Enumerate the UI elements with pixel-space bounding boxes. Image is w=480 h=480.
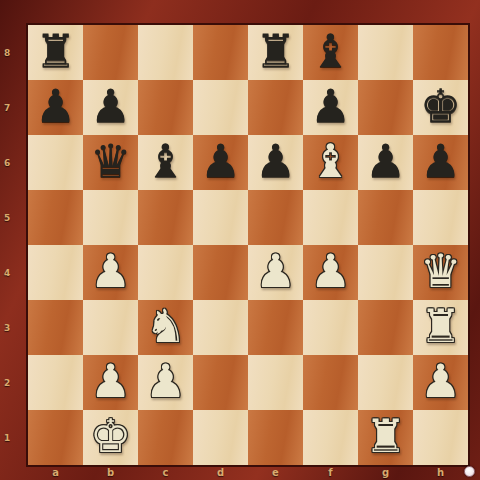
piece-black-queen[interactable]: ♛ [90, 134, 131, 189]
piece-black-pawn[interactable]: ♟ [90, 79, 131, 134]
rank-label-3: 3 [0, 300, 26, 355]
square-a3[interactable] [28, 300, 83, 355]
square-d5[interactable] [193, 190, 248, 245]
square-e3[interactable] [248, 300, 303, 355]
file-label-e: e [248, 465, 303, 480]
square-a8[interactable]: ♜ [28, 25, 83, 80]
square-f2[interactable] [303, 355, 358, 410]
square-b3[interactable] [83, 300, 138, 355]
square-h8[interactable] [413, 25, 468, 80]
piece-white-pawn[interactable]: ♟ [420, 354, 461, 409]
square-h1[interactable] [413, 410, 468, 465]
file-label-b: b [83, 465, 138, 480]
piece-black-pawn[interactable]: ♟ [255, 134, 296, 189]
square-d4[interactable] [193, 245, 248, 300]
rank-label-8: 8 [0, 25, 26, 80]
square-g3[interactable] [358, 300, 413, 355]
square-a6[interactable] [28, 135, 83, 190]
piece-black-pawn[interactable]: ♟ [200, 134, 241, 189]
square-d2[interactable] [193, 355, 248, 410]
piece-white-king[interactable]: ♚ [90, 409, 131, 464]
piece-white-rook[interactable]: ♜ [420, 299, 461, 354]
square-b2[interactable]: ♟ [83, 355, 138, 410]
square-d8[interactable] [193, 25, 248, 80]
square-g1[interactable]: ♜ [358, 410, 413, 465]
chess-board-frame: ♜♜♝♟♟♟♚♛♝♟♟♝♟♟♟♟♟♛♞♜♟♟♟♚♜ 87654321 abcde… [0, 0, 480, 480]
rank-label-2: 2 [0, 355, 26, 410]
square-h5[interactable] [413, 190, 468, 245]
square-f5[interactable] [303, 190, 358, 245]
square-g5[interactable] [358, 190, 413, 245]
square-b4[interactable]: ♟ [83, 245, 138, 300]
square-b5[interactable] [83, 190, 138, 245]
square-h4[interactable]: ♛ [413, 245, 468, 300]
square-d6[interactable]: ♟ [193, 135, 248, 190]
square-h6[interactable]: ♟ [413, 135, 468, 190]
square-c6[interactable]: ♝ [138, 135, 193, 190]
piece-black-pawn[interactable]: ♟ [310, 79, 351, 134]
square-c4[interactable] [138, 245, 193, 300]
piece-black-rook[interactable]: ♜ [255, 24, 296, 79]
square-a5[interactable] [28, 190, 83, 245]
file-label-h: h [413, 465, 468, 480]
square-e5[interactable] [248, 190, 303, 245]
rank-label-5: 5 [0, 190, 26, 245]
rank-label-7: 7 [0, 80, 26, 135]
piece-white-pawn[interactable]: ♟ [90, 354, 131, 409]
square-g8[interactable] [358, 25, 413, 80]
square-f1[interactable] [303, 410, 358, 465]
square-h7[interactable]: ♚ [413, 80, 468, 135]
file-label-a: a [28, 465, 83, 480]
square-f6[interactable]: ♝ [303, 135, 358, 190]
square-d3[interactable] [193, 300, 248, 355]
square-g2[interactable] [358, 355, 413, 410]
square-e2[interactable] [248, 355, 303, 410]
square-a1[interactable] [28, 410, 83, 465]
square-e7[interactable] [248, 80, 303, 135]
square-f8[interactable]: ♝ [303, 25, 358, 80]
file-label-c: c [138, 465, 193, 480]
square-b7[interactable]: ♟ [83, 80, 138, 135]
square-d1[interactable] [193, 410, 248, 465]
square-a2[interactable] [28, 355, 83, 410]
side-to-move-indicator [464, 466, 475, 477]
piece-black-pawn[interactable]: ♟ [420, 134, 461, 189]
square-c8[interactable] [138, 25, 193, 80]
square-d7[interactable] [193, 80, 248, 135]
file-label-f: f [303, 465, 358, 480]
piece-white-bishop[interactable]: ♝ [310, 134, 351, 189]
piece-white-rook[interactable]: ♜ [365, 409, 406, 464]
rank-label-6: 6 [0, 135, 26, 190]
square-e4[interactable]: ♟ [248, 245, 303, 300]
piece-white-queen[interactable]: ♛ [420, 244, 461, 299]
square-e1[interactable] [248, 410, 303, 465]
square-h3[interactable]: ♜ [413, 300, 468, 355]
file-label-d: d [193, 465, 248, 480]
piece-black-bishop[interactable]: ♝ [310, 24, 351, 79]
square-b1[interactable]: ♚ [83, 410, 138, 465]
square-g4[interactable] [358, 245, 413, 300]
piece-white-pawn[interactable]: ♟ [255, 244, 296, 299]
square-f7[interactable]: ♟ [303, 80, 358, 135]
rank-label-4: 4 [0, 245, 26, 300]
square-b6[interactable]: ♛ [83, 135, 138, 190]
piece-white-pawn[interactable]: ♟ [310, 244, 351, 299]
rank-label-1: 1 [0, 410, 26, 465]
square-h2[interactable]: ♟ [413, 355, 468, 410]
square-f4[interactable]: ♟ [303, 245, 358, 300]
piece-black-pawn[interactable]: ♟ [365, 134, 406, 189]
square-c3[interactable]: ♞ [138, 300, 193, 355]
file-label-g: g [358, 465, 413, 480]
square-c7[interactable] [138, 80, 193, 135]
square-a7[interactable]: ♟ [28, 80, 83, 135]
square-b8[interactable] [83, 25, 138, 80]
square-f3[interactable] [303, 300, 358, 355]
square-e8[interactable]: ♜ [248, 25, 303, 80]
piece-white-knight[interactable]: ♞ [145, 299, 186, 354]
square-c2[interactable]: ♟ [138, 355, 193, 410]
piece-black-pawn[interactable]: ♟ [35, 79, 76, 134]
square-g6[interactable]: ♟ [358, 135, 413, 190]
piece-black-king[interactable]: ♚ [420, 79, 461, 134]
square-g7[interactable] [358, 80, 413, 135]
piece-white-pawn[interactable]: ♟ [90, 244, 131, 299]
piece-black-bishop[interactable]: ♝ [145, 134, 186, 189]
square-c1[interactable] [138, 410, 193, 465]
piece-white-pawn[interactable]: ♟ [145, 354, 186, 409]
square-e6[interactable]: ♟ [248, 135, 303, 190]
piece-black-rook[interactable]: ♜ [35, 24, 76, 79]
chess-board: ♜♜♝♟♟♟♚♛♝♟♟♝♟♟♟♟♟♛♞♜♟♟♟♚♜ [28, 25, 468, 465]
square-a4[interactable] [28, 245, 83, 300]
square-c5[interactable] [138, 190, 193, 245]
